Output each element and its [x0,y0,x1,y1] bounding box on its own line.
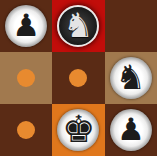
square-r0c2[interactable] [105,0,157,52]
white-knight-disc-selected[interactable]: ♞ [57,5,99,47]
square-r0c1-selected[interactable]: ♞ [52,0,104,52]
square-r2c0[interactable] [0,104,52,156]
black-knight-icon: ♞ [116,60,146,94]
square-r1c0[interactable] [0,52,52,104]
move-dot[interactable] [17,69,35,87]
black-knight-disc[interactable]: ♞ [110,57,152,99]
white-knight-icon: ♞ [63,8,93,42]
square-r0c0[interactable]: ♟ [0,0,52,52]
chess-board: ♟ ♞ ♞ ♚ ♟ [0,0,157,156]
black-king-icon: ♚ [62,111,95,148]
black-pawn-icon: ♟ [12,10,40,41]
square-r1c1[interactable] [52,52,104,104]
black-pawn-disc[interactable]: ♟ [5,5,47,47]
square-r2c1-capture[interactable]: ♚ [52,104,104,156]
black-king-disc[interactable]: ♚ [57,109,99,151]
black-pawn-disc[interactable]: ♟ [110,109,152,151]
square-r2c2[interactable]: ♟ [105,104,157,156]
move-dot[interactable] [69,69,87,87]
move-dot[interactable] [17,121,35,139]
square-r1c2[interactable]: ♞ [105,52,157,104]
black-pawn-icon: ♟ [117,114,145,145]
